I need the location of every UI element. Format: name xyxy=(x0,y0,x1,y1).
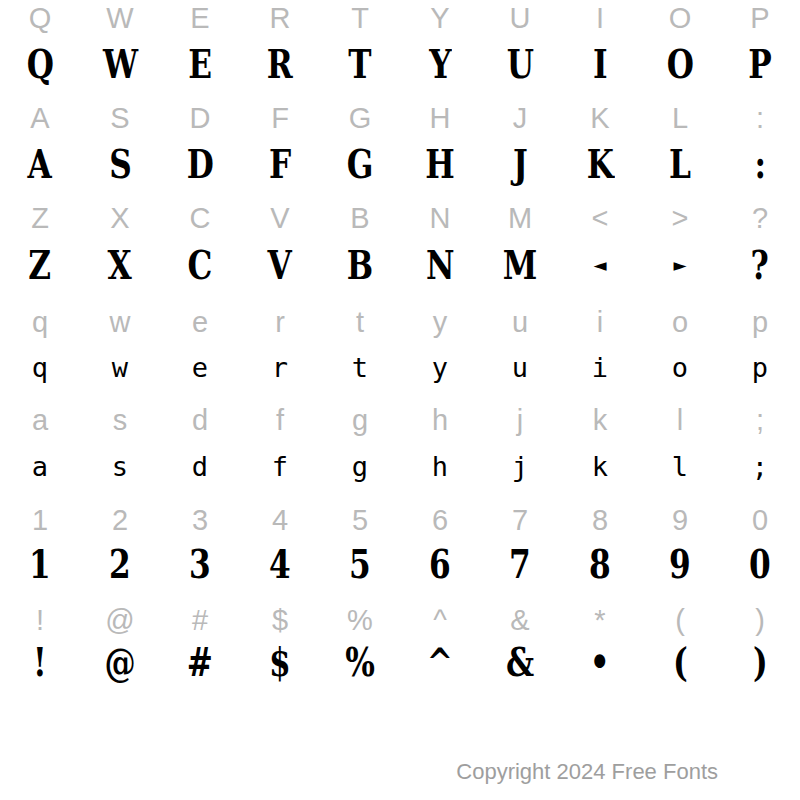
black-glyph-uppercase-qwerty-row-col10: P xyxy=(748,44,771,84)
gray-glyph-lowercase-home-row-col8: k xyxy=(593,406,608,435)
black-glyph-symbols-row-col1: ! xyxy=(33,642,47,682)
gray-glyph-uppercase-bottom-row-col5: B xyxy=(350,204,369,233)
gray-glyph-uppercase-home-row-col1: A xyxy=(30,104,49,133)
black-glyph-uppercase-bottom-row-col3: C xyxy=(188,245,213,285)
gray-glyph-uppercase-qwerty-row-col5: T xyxy=(351,4,369,33)
gray-glyph-lowercase-home-row-col9: l xyxy=(677,406,683,435)
black-glyph-lowercase-qwerty-row-col10: p xyxy=(752,354,768,381)
black-glyph-uppercase-bottom-row-col7: M xyxy=(503,245,538,285)
black-glyph-digits-row-col9: 9 xyxy=(669,544,691,584)
gray-glyph-lowercase-home-row-col1: a xyxy=(32,406,48,435)
gray-glyph-uppercase-bottom-row-col8: < xyxy=(592,204,609,233)
gray-glyph-digits-row-col1: 1 xyxy=(32,506,48,535)
black-glyph-lowercase-home-row-col8: k xyxy=(592,453,608,480)
gray-glyph-uppercase-home-row-col10: : xyxy=(756,104,764,133)
gray-glyph-symbols-row-col2: @ xyxy=(105,606,134,635)
black-glyph-digits-row-col4: 4 xyxy=(269,544,291,584)
gray-glyph-uppercase-home-row-col4: F xyxy=(271,104,289,133)
black-glyph-symbols-row-col5: % xyxy=(345,642,375,682)
black-glyph-symbols-row-col2: @ xyxy=(104,642,135,682)
gray-glyph-uppercase-home-row-col5: G xyxy=(349,104,372,133)
black-glyph-digits-row-col2: 2 xyxy=(109,544,131,584)
specimen-row-symbols: !@#$%^&•() xyxy=(0,637,800,687)
specimen-row-digits: 1234567890 xyxy=(0,539,800,589)
black-glyph-uppercase-home-row-col6: H xyxy=(425,144,454,184)
black-glyph-lowercase-home-row-col7: j xyxy=(512,453,528,480)
gray-glyph-uppercase-bottom-row-col7: M xyxy=(508,204,532,233)
gray-glyph-symbols-row-col6: ^ xyxy=(433,606,447,635)
gray-glyph-lowercase-qwerty-row-col8: i xyxy=(597,308,603,337)
black-glyph-uppercase-qwerty-row-col2: W xyxy=(102,44,137,84)
gray-glyph-lowercase-home-row-col5: g xyxy=(352,406,368,435)
black-glyph-uppercase-home-row-col7: J xyxy=(513,144,528,184)
gray-glyph-lowercase-qwerty-row-col1: q xyxy=(32,308,48,337)
black-glyph-symbols-row-col7: & xyxy=(506,642,534,682)
black-glyph-lowercase-home-row-col5: g xyxy=(352,453,368,480)
gray-glyph-uppercase-home-row-col9: L xyxy=(672,104,688,133)
black-glyph-digits-row-col5: 5 xyxy=(349,544,371,584)
reference-row-uppercase-home: ASDFGHJKL: xyxy=(0,93,800,143)
gray-glyph-uppercase-home-row-col6: H xyxy=(430,104,451,133)
gray-glyph-uppercase-bottom-row-col10: ? xyxy=(752,204,768,233)
character-map: QWERTYUIOP QWERTYUIOP ASDFGHJKL: ASDFGHJ… xyxy=(0,0,800,800)
black-glyph-lowercase-home-row-col6: h xyxy=(432,453,448,480)
black-glyph-uppercase-bottom-row-col9: ► xyxy=(673,257,686,274)
gray-glyph-uppercase-qwerty-row-col2: W xyxy=(106,4,133,33)
black-glyph-digits-row-col3: 3 xyxy=(189,544,211,584)
black-glyph-lowercase-qwerty-row-col7: u xyxy=(512,354,528,381)
gray-glyph-digits-row-col3: 3 xyxy=(192,506,208,535)
black-glyph-symbols-row-col10: ) xyxy=(753,642,768,682)
gray-glyph-symbols-row-col5: % xyxy=(347,606,373,635)
black-glyph-lowercase-qwerty-row-col9: o xyxy=(672,354,688,381)
black-glyph-uppercase-qwerty-row-col4: R xyxy=(267,44,293,84)
reference-row-digits: 1234567890 xyxy=(0,495,800,545)
black-glyph-uppercase-qwerty-row-col9: O xyxy=(666,44,693,84)
black-glyph-digits-row-col8: 8 xyxy=(589,544,611,584)
gray-glyph-uppercase-qwerty-row-col7: U xyxy=(510,4,531,33)
gray-glyph-uppercase-qwerty-row-col1: Q xyxy=(29,4,52,33)
reference-row-lowercase-qwerty: qwertyuiop xyxy=(0,297,800,347)
gray-glyph-uppercase-qwerty-row-col10: P xyxy=(750,4,769,33)
gray-glyph-lowercase-qwerty-row-col7: u xyxy=(512,308,528,337)
black-glyph-uppercase-bottom-row-col6: N xyxy=(426,245,455,285)
gray-glyph-uppercase-qwerty-row-col9: O xyxy=(669,4,692,33)
gray-glyph-uppercase-bottom-row-col2: X xyxy=(110,204,129,233)
gray-glyph-digits-row-col4: 4 xyxy=(272,506,288,535)
gray-glyph-digits-row-col5: 5 xyxy=(352,506,368,535)
black-glyph-uppercase-home-row-col10: : xyxy=(754,144,766,184)
black-glyph-uppercase-home-row-col1: A xyxy=(28,144,52,184)
black-glyph-uppercase-bottom-row-col1: Z xyxy=(29,245,52,285)
gray-glyph-uppercase-bottom-row-col6: N xyxy=(430,204,451,233)
black-glyph-lowercase-qwerty-row-col1: q xyxy=(32,354,48,381)
specimen-row-lowercase-qwerty: qwertyuiop xyxy=(0,342,800,392)
reference-row-lowercase-home: asdfghjkl; xyxy=(0,395,800,445)
gray-glyph-symbols-row-col4: $ xyxy=(272,606,288,635)
gray-glyph-lowercase-home-row-col2: s xyxy=(113,406,128,435)
gray-glyph-symbols-row-col7: & xyxy=(510,606,529,635)
gray-glyph-lowercase-qwerty-row-col4: r xyxy=(275,308,285,337)
black-glyph-digits-row-col7: 7 xyxy=(509,544,531,584)
black-glyph-uppercase-qwerty-row-col8: I xyxy=(593,44,608,84)
gray-glyph-digits-row-col8: 8 xyxy=(592,506,608,535)
gray-glyph-uppercase-qwerty-row-col3: E xyxy=(190,4,209,33)
gray-glyph-uppercase-home-row-col3: D xyxy=(190,104,211,133)
black-glyph-uppercase-bottom-row-col8: ◄ xyxy=(593,257,606,274)
black-glyph-lowercase-qwerty-row-col6: y xyxy=(432,354,448,381)
specimen-row-uppercase-home: ASDFGHJKL: xyxy=(0,139,800,189)
gray-glyph-digits-row-col7: 7 xyxy=(512,506,528,535)
gray-glyph-lowercase-qwerty-row-col9: o xyxy=(672,308,688,337)
specimen-row-uppercase-qwerty: QWERTYUIOP xyxy=(0,39,800,89)
black-glyph-uppercase-qwerty-row-col3: E xyxy=(188,44,212,84)
gray-glyph-symbols-row-col9: ( xyxy=(675,606,685,635)
gray-glyph-symbols-row-col8: * xyxy=(594,606,605,635)
black-glyph-uppercase-qwerty-row-col7: U xyxy=(506,44,533,84)
gray-glyph-digits-row-col2: 2 xyxy=(112,506,128,535)
black-glyph-uppercase-home-row-col4: F xyxy=(269,144,291,184)
reference-row-uppercase-bottom: ZXCVBNM<>? xyxy=(0,193,800,243)
gray-glyph-uppercase-qwerty-row-col8: I xyxy=(596,4,604,33)
black-glyph-uppercase-home-row-col5: G xyxy=(347,144,374,184)
black-glyph-uppercase-home-row-col8: K xyxy=(586,144,613,184)
gray-glyph-uppercase-bottom-row-col3: C xyxy=(190,204,211,233)
black-glyph-lowercase-home-row-col1: a xyxy=(32,453,48,480)
black-glyph-uppercase-bottom-row-col2: X xyxy=(108,245,132,285)
gray-glyph-lowercase-home-row-col3: d xyxy=(192,406,208,435)
black-glyph-lowercase-qwerty-row-col4: r xyxy=(272,354,288,381)
black-glyph-lowercase-home-row-col2: s xyxy=(112,453,128,480)
gray-glyph-uppercase-bottom-row-col1: Z xyxy=(31,204,49,233)
black-glyph-uppercase-bottom-row-col5: B xyxy=(347,245,373,285)
gray-glyph-uppercase-home-row-col2: S xyxy=(110,104,129,133)
gray-glyph-uppercase-qwerty-row-col4: R xyxy=(270,4,291,33)
black-glyph-uppercase-qwerty-row-col6: Y xyxy=(429,44,451,84)
gray-glyph-uppercase-bottom-row-col4: V xyxy=(270,204,289,233)
gray-glyph-digits-row-col9: 9 xyxy=(672,506,688,535)
gray-glyph-lowercase-home-row-col10: ; xyxy=(756,406,764,435)
black-glyph-uppercase-home-row-col9: L xyxy=(669,144,691,184)
black-glyph-lowercase-qwerty-row-col3: e xyxy=(192,354,208,381)
black-glyph-lowercase-qwerty-row-col8: i xyxy=(592,354,608,381)
black-glyph-uppercase-home-row-col2: S xyxy=(109,144,132,184)
copyright-text: Copyright 2024 Free Fonts xyxy=(456,759,718,785)
gray-glyph-digits-row-col10: 0 xyxy=(752,506,768,535)
reference-row-uppercase-qwerty: QWERTYUIOP xyxy=(0,0,800,43)
black-glyph-digits-row-col1: 1 xyxy=(29,544,51,584)
gray-glyph-lowercase-qwerty-row-col2: w xyxy=(110,308,131,337)
black-glyph-uppercase-bottom-row-col10: ? xyxy=(751,245,769,285)
gray-glyph-lowercase-qwerty-row-col10: p xyxy=(752,308,768,337)
specimen-row-uppercase-bottom: ZXCVBNM◄►? xyxy=(0,240,800,290)
gray-glyph-symbols-row-col1: ! xyxy=(36,606,44,635)
gray-glyph-uppercase-home-row-col7: J xyxy=(513,104,528,133)
gray-glyph-lowercase-qwerty-row-col3: e xyxy=(192,308,208,337)
gray-glyph-symbols-row-col10: ) xyxy=(755,606,765,635)
black-glyph-lowercase-home-row-col4: f xyxy=(272,453,288,480)
gray-glyph-lowercase-qwerty-row-col6: y xyxy=(433,308,448,337)
black-glyph-symbols-row-col4: $ xyxy=(269,642,291,682)
specimen-row-lowercase-home: asdfghjkl; xyxy=(0,441,800,491)
black-glyph-symbols-row-col9: ( xyxy=(673,642,688,682)
black-glyph-uppercase-bottom-row-col4: V xyxy=(268,245,292,285)
black-glyph-lowercase-home-row-col10: ; xyxy=(752,453,768,480)
black-glyph-symbols-row-col8: • xyxy=(590,642,610,682)
black-glyph-digits-row-col6: 6 xyxy=(429,544,451,584)
black-glyph-lowercase-home-row-col3: d xyxy=(192,453,208,480)
gray-glyph-lowercase-home-row-col4: f xyxy=(276,406,284,435)
gray-glyph-uppercase-home-row-col8: K xyxy=(590,104,609,133)
gray-glyph-digits-row-col6: 6 xyxy=(432,506,448,535)
black-glyph-symbols-row-col3: # xyxy=(187,642,213,682)
black-glyph-uppercase-home-row-col3: D xyxy=(186,144,213,184)
gray-glyph-lowercase-home-row-col7: j xyxy=(517,406,523,435)
gray-glyph-symbols-row-col3: # xyxy=(192,606,208,635)
gray-glyph-lowercase-home-row-col6: h xyxy=(432,406,448,435)
gray-glyph-uppercase-bottom-row-col9: > xyxy=(672,204,689,233)
black-glyph-digits-row-col10: 0 xyxy=(749,544,771,584)
black-glyph-lowercase-home-row-col9: l xyxy=(672,453,688,480)
black-glyph-uppercase-qwerty-row-col1: Q xyxy=(26,44,53,84)
black-glyph-symbols-row-col6: ^ xyxy=(427,642,453,682)
gray-glyph-uppercase-qwerty-row-col6: Y xyxy=(430,4,449,33)
black-glyph-lowercase-qwerty-row-col5: t xyxy=(352,354,368,381)
gray-glyph-lowercase-qwerty-row-col5: t xyxy=(356,308,364,337)
black-glyph-lowercase-qwerty-row-col2: w xyxy=(112,354,128,381)
black-glyph-uppercase-qwerty-row-col5: T xyxy=(348,44,371,84)
